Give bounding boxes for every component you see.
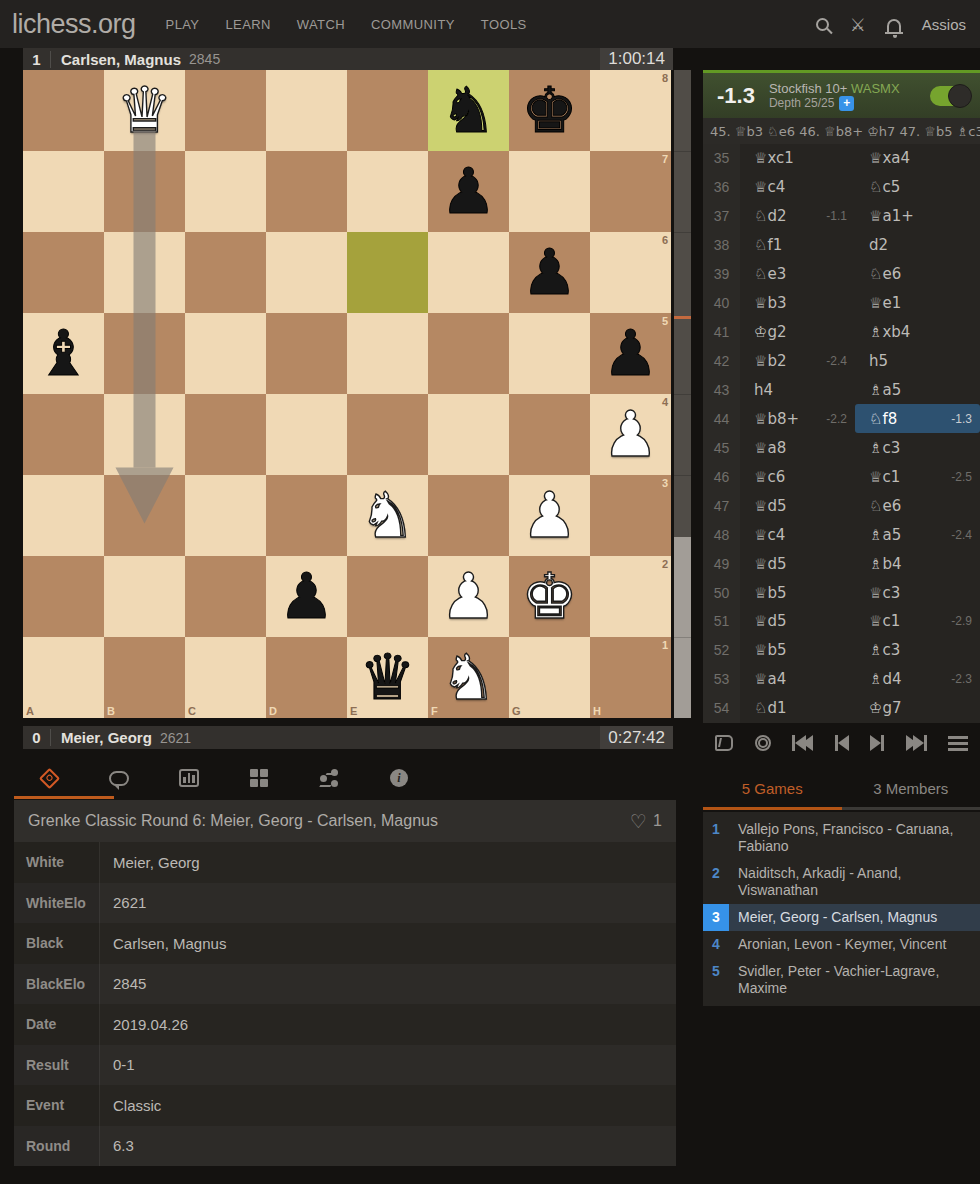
move-35-black[interactable]: ♕xa4 [855,144,980,173]
move-50-black[interactable]: ♕c3 [855,578,980,607]
square-f6[interactable] [428,232,509,313]
move-number: 40 [703,289,740,318]
crossed-swords-icon[interactable]: ⚔ [850,14,866,35]
square-g3[interactable]: ♟ [509,475,590,556]
bell-icon[interactable] [887,19,901,32]
target-icon[interactable] [755,735,771,751]
game-list-item-3[interactable]: 3Meier, Georg - Carlsen, Magnus [703,904,980,931]
games-list: 1Vallejo Pons, Francisco - Caruana, Fabi… [703,812,980,1006]
move-44-white[interactable]: ♕b8+-2.2 [740,404,855,433]
square-f1[interactable]: F♞ [428,637,509,718]
move-36-white[interactable]: ♕c4 [740,173,855,202]
square-e5[interactable] [347,313,428,394]
tag-label: WhiteElo [14,883,100,924]
username[interactable]: Assios [922,16,966,33]
grid-icon[interactable] [224,758,294,798]
search-icon[interactable] [816,18,829,31]
move-number: 44 [703,404,740,433]
move-number: 47 [703,491,740,520]
move-number: 36 [703,173,740,202]
square-h8[interactable]: 8 [590,70,671,151]
game-title: Grenke Classic Round 6: Meier, Georg - C… [28,812,438,830]
chess-board[interactable]: ♛♞♚8♟7♟6♝5♟4♟♞♟3♟♟♚2ABCDE♛F♞G1H [23,70,671,718]
square-d8[interactable] [266,70,347,151]
black-pawn-g6[interactable]: ♟ [509,232,590,313]
move-52-black[interactable]: ♗c3 [855,636,980,665]
game-players: Aronian, Levon - Keymer, Vincent [729,931,952,958]
pgn-tags-table: WhiteMeier, GeorgWhiteElo2621BlackCarlse… [14,842,676,1166]
white-score: 0 [23,729,51,746]
square-a6[interactable] [23,232,104,313]
move-list: 35♕xc1♕xa436♕c4♘c537♘d2-1.1♕a1+38♘f1d239… [703,144,980,723]
square-e8[interactable] [347,70,428,151]
black-queen-e1[interactable]: ♛ [347,637,428,718]
tag-label: White [14,842,100,883]
square-b2[interactable] [104,556,185,637]
engine-tech: WASMX [851,81,900,96]
heart-icon[interactable]: ♡ [630,810,647,832]
tab-games[interactable]: 5 Games [703,770,842,810]
game-players: Svidler, Peter - Vachier-Lagrave, Maxime [729,958,980,1002]
move-43-black[interactable]: ♗a5 [855,376,980,405]
move-number: 43 [703,376,740,405]
square-b6[interactable] [104,232,185,313]
rank-label-3: 3 [662,477,668,489]
square-b7[interactable] [104,151,185,232]
black-player-rating: 2845 [189,51,220,67]
move-37-white[interactable]: ♘d2-1.1 [740,202,855,231]
nav-right: ⚔ Assios [816,14,966,35]
tag-label: Round [14,1126,100,1167]
file-label-g: G [512,705,521,717]
chart-icon[interactable] [154,758,224,798]
move-40-white[interactable]: ♕b3 [740,289,855,318]
rank-label-6: 6 [662,234,668,246]
square-d6[interactable] [266,232,347,313]
engine-toggle[interactable] [930,86,970,106]
move-48-white[interactable]: ♕c4 [740,520,855,549]
square-c8[interactable] [185,70,266,151]
black-clock: 1:00:14 [600,48,673,70]
eval-gauge [674,70,691,718]
square-g6[interactable]: ♟ [509,232,590,313]
square-c1[interactable]: C [185,637,266,718]
engine-toggle-knob [948,84,972,108]
move-number: 54 [703,694,740,723]
rank-label-8: 8 [662,72,668,84]
square-h2[interactable]: 2 [590,556,671,637]
square-a4[interactable] [23,394,104,475]
tag-label: Result [14,1045,100,1086]
black-knight-f8[interactable]: ♞ [428,70,509,151]
move-42-black[interactable]: h5 [855,347,980,376]
pgn-tag-row-date: Date2019.04.26 [14,1004,676,1045]
square-f3[interactable] [428,475,509,556]
move-36-black[interactable]: ♘c5 [855,173,980,202]
tag-icon[interactable] [14,758,84,798]
menu-item-community[interactable]: COMMUNITY [371,17,455,32]
move-38-white[interactable]: ♘f1 [740,231,855,260]
square-a7[interactable] [23,151,104,232]
square-d5[interactable] [266,313,347,394]
square-h6[interactable]: 6 [590,232,671,313]
move-39-white[interactable]: ♘e3 [740,260,855,289]
black-pawn-d2[interactable]: ♟ [266,556,347,637]
game-info-panel: Grenke Classic Round 6: Meier, Georg - C… [14,800,676,1166]
move-39-black[interactable]: ♘e6 [855,260,980,289]
square-c6[interactable] [185,232,266,313]
tag-label: BlackElo [14,964,100,1005]
square-d3[interactable] [266,475,347,556]
square-f2[interactable]: ♟ [428,556,509,637]
step-back-icon[interactable] [835,735,849,751]
menu-item-learn[interactable]: LEARN [225,17,270,32]
white-clock: 0:27:42 [600,726,673,749]
white-player-rating: 2621 [160,730,191,746]
white-pawn-h4[interactable]: ♟ [590,394,671,475]
main-menu: PLAY LEARN WATCH COMMUNITY TOOLS [166,17,527,32]
pgn-tag-row-result: Result0-1 [14,1045,676,1086]
game-players: Vallejo Pons, Francisco - Caruana, Fabia… [729,816,980,860]
move-50-white[interactable]: ♕b5 [740,578,855,607]
tag-value: Meier, Georg [100,854,200,871]
move-number: 39 [703,260,740,289]
move-number: 45 [703,433,740,462]
square-g8[interactable]: ♚ [509,70,590,151]
move-number: 51 [703,607,740,636]
move-46-black[interactable]: ♕c1-2.5 [855,462,980,491]
rank-label-1: 1 [662,639,668,651]
black-pawn-f7[interactable]: ♟ [428,151,509,232]
games-members-tabs: 5 Games 3 Members [703,770,980,810]
square-h5[interactable]: 5♟ [590,313,671,394]
active-tab-underline [14,796,114,799]
move-47-white[interactable]: ♕d5 [740,491,855,520]
file-label-d: D [269,705,277,717]
chat-icon[interactable] [84,758,154,798]
square-h1[interactable]: 1H [590,637,671,718]
move-41-white[interactable]: ♔g2 [740,318,855,347]
tag-label: Date [14,1004,100,1045]
square-d2[interactable]: ♟ [266,556,347,637]
white-pawn-f2[interactable]: ♟ [428,556,509,637]
square-b8[interactable]: ♛ [104,70,185,151]
black-player-name[interactable]: Carlsen, Magnus [61,51,181,68]
move-45-white[interactable]: ♕a8 [740,433,855,462]
tag-label: Black [14,923,100,964]
move-number: 53 [703,665,740,694]
game-number: 1 [703,816,729,860]
menu-icon[interactable] [948,736,968,751]
pgn-tag-row-white: WhiteMeier, Georg [14,842,676,883]
square-h7[interactable]: 7 [590,151,671,232]
move-37-black[interactable]: ♕a1+ [855,202,980,231]
skip-start-icon[interactable] [792,735,813,751]
menu-item-play[interactable]: PLAY [166,17,200,32]
move-number: 46 [703,462,740,491]
square-b3[interactable] [104,475,185,556]
white-knight-f1[interactable]: ♞ [428,637,509,718]
move-54-white[interactable]: ♘d1 [740,694,855,723]
move-40-black[interactable]: ♕e1 [855,289,980,318]
square-a1[interactable]: A [23,637,104,718]
move-number: 50 [703,578,740,607]
file-label-h: H [593,705,601,717]
square-c3[interactable] [185,475,266,556]
file-label-b: B [107,705,115,717]
like-count: 1 [653,812,662,830]
square-e6[interactable] [347,232,428,313]
move-number: 42 [703,347,740,376]
square-f5[interactable] [428,313,509,394]
pgn-tag-row-blackelo: BlackElo2845 [14,964,676,1005]
square-f8[interactable]: ♞ [428,70,509,151]
square-a2[interactable] [23,556,104,637]
square-c5[interactable] [185,313,266,394]
square-g1[interactable]: G [509,637,590,718]
game-list-item-1[interactable]: 1Vallejo Pons, Francisco - Caruana, Fabi… [703,816,980,860]
square-b5[interactable] [104,313,185,394]
tab-members[interactable]: 3 Members [842,770,980,810]
square-a5[interactable]: ♝ [23,313,104,394]
tag-value: Carlsen, Magnus [100,935,226,952]
game-players: Meier, Georg - Carlsen, Magnus [729,904,943,931]
lichess-logo[interactable]: lichess.org [12,9,136,40]
tag-label: Event [14,1085,100,1126]
white-queen-b8[interactable]: ♛ [104,70,185,151]
game-info-header: Grenke Classic Round 6: Meier, Georg - C… [14,800,676,842]
square-e3[interactable]: ♞ [347,475,428,556]
move-number: 37 [703,202,740,231]
white-king-g2[interactable]: ♚ [509,556,590,637]
tag-value: 6.3 [100,1137,134,1154]
square-a8[interactable] [23,70,104,151]
black-score: 1 [23,51,51,68]
square-g2[interactable]: ♚ [509,556,590,637]
game-list-item-4[interactable]: 4Aronian, Levon - Keymer, Vincent [703,931,980,958]
square-d7[interactable] [266,151,347,232]
pgn-tag-row-round: Round6.3 [14,1126,676,1167]
white-pawn-g3[interactable]: ♟ [509,475,590,556]
game-number: 4 [703,931,729,958]
square-d4[interactable] [266,394,347,475]
move-number: 48 [703,520,740,549]
move-number: 38 [703,231,740,260]
black-king-g8[interactable]: ♚ [509,70,590,151]
black-pawn-h5[interactable]: ♟ [590,313,671,394]
player-bar-white: 0 Meier, Georg 2621 0:27:42 [23,726,673,749]
pgn-tag-row-black: BlackCarlsen, Magnus [14,923,676,964]
file-label-a: A [26,705,34,717]
square-e7[interactable] [347,151,428,232]
move-number: 35 [703,144,740,173]
move-53-black[interactable]: ♗d4-2.3 [855,665,980,694]
square-e4[interactable] [347,394,428,475]
square-d1[interactable]: D [266,637,347,718]
engine-depth: Depth 25/25 [769,96,834,111]
square-c2[interactable] [185,556,266,637]
eval-gauge-black-part [674,70,691,537]
move-43-white[interactable]: h4 [740,376,855,405]
analysis-controls [703,727,980,759]
move-44-black[interactable]: ♘f8-1.3 [855,404,980,433]
game-number: 2 [703,860,729,904]
top-nav-bar: lichess.org PLAY LEARN WATCH COMMUNITY T… [0,0,980,48]
game-number: 3 [703,904,729,931]
move-45-black[interactable]: ♗c3 [855,433,980,462]
engine-eval: -1.3 [717,83,755,109]
engine-plus-icon[interactable]: + [839,96,854,111]
black-bishop-a5[interactable]: ♝ [23,313,104,394]
square-g7[interactable] [509,151,590,232]
tag-value: Classic [100,1097,161,1114]
square-f4[interactable] [428,394,509,475]
eval-gauge-tick [674,316,691,319]
tag-value: 0-1 [100,1056,135,1073]
move-number: 52 [703,636,740,665]
white-player-name[interactable]: Meier, Georg [61,729,152,746]
square-g5[interactable] [509,313,590,394]
move-49-white[interactable]: ♕d5 [740,549,855,578]
move-41-black[interactable]: ♗xb4 [855,318,980,347]
tag-value: 2845 [100,975,146,992]
move-number: 41 [703,318,740,347]
info-icon[interactable]: i [364,758,434,798]
move-number: 49 [703,549,740,578]
square-b1[interactable]: B [104,637,185,718]
game-list-item-2[interactable]: 2Naiditsch, Arkadij - Anand, Viswanathan [703,860,980,904]
move-51-black[interactable]: ♕c1-2.9 [855,607,980,636]
share-icon[interactable] [294,758,364,798]
move-53-white[interactable]: ♕a4 [740,665,855,694]
white-knight-e3[interactable]: ♞ [347,475,428,556]
file-label-c: C [188,705,196,717]
game-players: Naiditsch, Arkadij - Anand, Viswanathan [729,860,980,904]
move-48-black[interactable]: ♗a5-2.4 [855,520,980,549]
square-g4[interactable] [509,394,590,475]
step-forward-icon[interactable] [870,735,884,751]
square-h3[interactable]: 3 [590,475,671,556]
study-tool-tabs: i [14,758,434,798]
square-c7[interactable] [185,151,266,232]
tag-value: 2019.04.26 [100,1016,188,1033]
square-h4[interactable]: 4♟ [590,394,671,475]
game-list-item-5[interactable]: 5Svidler, Peter - Vachier-Lagrave, Maxim… [703,958,980,1002]
square-b4[interactable] [104,394,185,475]
engine-panel: -1.3 Stockfish 10+ WASMX Depth 25/25+ [703,70,980,118]
move-35-white[interactable]: ♕xc1 [740,144,855,173]
move-46-white[interactable]: ♕c6 [740,462,855,491]
square-a3[interactable] [23,475,104,556]
menu-item-watch[interactable]: WATCH [297,17,345,32]
pgn-tag-row-event: EventClassic [14,1085,676,1126]
rank-label-7: 7 [662,153,668,165]
move-38-black[interactable]: d2 [855,231,980,260]
player-bar-black: 1 Carlsen, Magnus 2845 1:00:14 [23,48,673,70]
move-51-white[interactable]: ♕d5 [740,607,855,636]
square-c4[interactable] [185,394,266,475]
square-f7[interactable]: ♟ [428,151,509,232]
move-52-white[interactable]: ♕b5 [740,636,855,665]
square-e1[interactable]: E♛ [347,637,428,718]
tag-value: 2621 [100,894,146,911]
rank-label-2: 2 [662,558,668,570]
engine-name: Stockfish 10+ [769,81,847,96]
engine-pv-line[interactable]: 45. ♕b3 ♘e6 46. ♕b8+ ♔h7 47. ♕b5 ♗c3 48.… [703,118,980,144]
move-49-black[interactable]: ♗b4 [855,549,980,578]
game-number: 5 [703,958,729,1002]
move-47-black[interactable]: ♘e6 [855,491,980,520]
book-icon[interactable] [715,735,733,751]
pgn-tag-row-whiteelo: WhiteElo2621 [14,883,676,924]
move-54-black[interactable]: ♔g7 [855,694,980,723]
move-42-white[interactable]: ♕b2-2.4 [740,347,855,376]
skip-end-icon[interactable] [906,735,927,751]
square-e2[interactable] [347,556,428,637]
menu-item-tools[interactable]: TOOLS [481,17,527,32]
